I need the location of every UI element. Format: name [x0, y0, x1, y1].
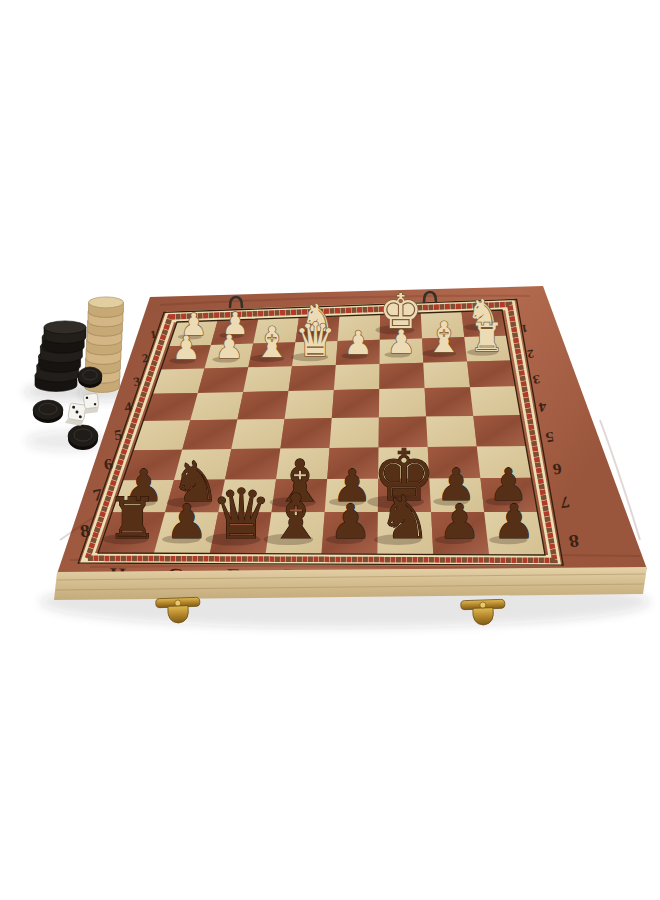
piece-black-bishop-e8[interactable]: ♝ — [268, 481, 323, 553]
square-c3[interactable] — [379, 363, 424, 389]
square-b3[interactable] — [423, 362, 470, 389]
loose-black-checker-3[interactable] — [68, 425, 98, 450]
square-c4[interactable] — [379, 388, 426, 417]
piece-white-bishop-f2[interactable]: ♝ — [253, 318, 291, 367]
square-e5[interactable] — [280, 418, 331, 449]
square-e3[interactable] — [289, 365, 336, 391]
square-g3[interactable] — [198, 367, 249, 393]
square-a5[interactable] — [473, 415, 526, 446]
square-g4[interactable] — [190, 392, 243, 420]
square-g5[interactable] — [182, 420, 237, 450]
chess-board-scene: HGFEDCBA1122334455667788 ♞♚♞♟♟♜♝♟♟♛♝♟♟♟♟… — [0, 0, 660, 900]
die-1[interactable] — [65, 402, 86, 426]
piece-black-pawn-d8[interactable]: ♟ — [329, 494, 372, 549]
square-d3[interactable] — [334, 364, 380, 390]
loose-black-checker-2[interactable] — [33, 400, 63, 423]
piece-white-pawn-d2[interactable]: ♟ — [344, 324, 373, 362]
piece-black-pawn-a8[interactable]: ♟ — [493, 494, 536, 549]
black-checker-stack-disc-6[interactable] — [44, 321, 86, 344]
square-f3[interactable] — [243, 366, 292, 392]
square-e4[interactable] — [285, 390, 334, 419]
piece-white-pawn-c2[interactable]: ♟ — [387, 323, 416, 361]
square-f5[interactable] — [231, 419, 284, 449]
loose-black-checker-1[interactable] — [78, 367, 102, 388]
piece-black-rook-h8[interactable]: ♜ — [107, 485, 158, 551]
piece-black-queen-f8[interactable]: ♛ — [210, 474, 272, 554]
piece-white-rook-a2[interactable]: ♜ — [470, 315, 505, 360]
product-photo: HGFEDCBA1122334455667788 ♞♚♞♟♟♜♝♟♟♛♝♟♟♟♟… — [0, 0, 660, 900]
square-d4[interactable] — [332, 389, 380, 418]
piece-white-pawn-h2[interactable]: ♟ — [172, 329, 201, 367]
piece-white-queen-e2[interactable]: ♛ — [294, 313, 336, 367]
piece-black-pawn-b8[interactable]: ♟ — [438, 494, 481, 549]
piece-black-pawn-g8[interactable]: ♟ — [166, 494, 209, 549]
square-a3[interactable] — [467, 361, 515, 388]
piece-white-bishop-b2[interactable]: ♝ — [425, 313, 463, 362]
piece-white-pawn-g2[interactable]: ♟ — [215, 328, 244, 366]
wood-checker-stack-disc-9[interactable] — [89, 297, 124, 317]
square-f4[interactable] — [237, 391, 288, 420]
square-b4[interactable] — [425, 387, 474, 416]
piece-black-knight-c8[interactable]: ♞ — [378, 483, 431, 552]
square-a4[interactable] — [470, 386, 520, 416]
